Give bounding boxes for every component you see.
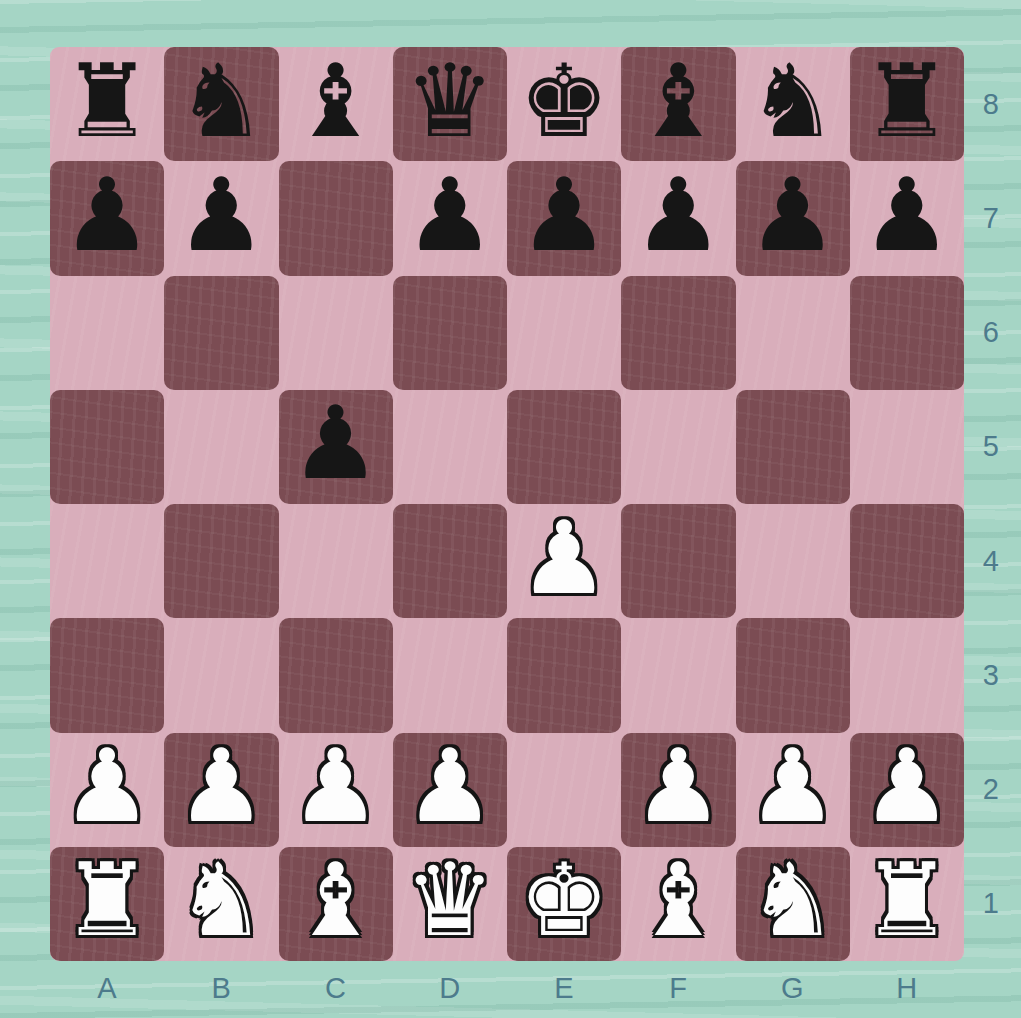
square-b1[interactable]: ♞ [164, 847, 278, 961]
square-c5[interactable]: ♟ [279, 390, 393, 504]
square-a5[interactable] [50, 390, 164, 504]
square-d3[interactable] [393, 618, 507, 732]
file-labels: ABCDEFGH [50, 961, 964, 1016]
square-d8[interactable]: ♛ [393, 47, 507, 161]
square-h2[interactable]: ♟ [850, 733, 964, 847]
square-h8[interactable]: ♜ [850, 47, 964, 161]
square-c7[interactable] [279, 161, 393, 275]
square-a6[interactable] [50, 276, 164, 390]
black-pawn[interactable]: ♟ [290, 393, 381, 494]
square-g3[interactable] [736, 618, 850, 732]
square-d6[interactable] [393, 276, 507, 390]
white-queen[interactable]: ♛ [405, 850, 496, 951]
square-e2[interactable] [507, 733, 621, 847]
rank-label-1: 1 [964, 847, 1018, 961]
black-pawn[interactable]: ♟ [862, 165, 953, 266]
rank-labels: 87654321 [964, 47, 1018, 961]
square-a2[interactable]: ♟ [50, 733, 164, 847]
white-king[interactable]: ♚ [519, 850, 610, 951]
rank-label-8: 8 [964, 47, 1018, 161]
white-knight[interactable]: ♞ [176, 850, 267, 951]
white-pawn[interactable]: ♟ [633, 736, 724, 837]
white-pawn[interactable]: ♟ [405, 736, 496, 837]
square-b8[interactable]: ♞ [164, 47, 278, 161]
white-knight[interactable]: ♞ [747, 850, 838, 951]
file-label-g: G [736, 961, 850, 1016]
square-g1[interactable]: ♞ [736, 847, 850, 961]
rank-label-7: 7 [964, 161, 1018, 275]
rank-label-4: 4 [964, 504, 1018, 618]
square-e5[interactable] [507, 390, 621, 504]
square-g4[interactable] [736, 504, 850, 618]
file-label-b: B [164, 961, 278, 1016]
rank-label-3: 3 [964, 618, 1018, 732]
square-b3[interactable] [164, 618, 278, 732]
square-b7[interactable]: ♟ [164, 161, 278, 275]
black-pawn[interactable]: ♟ [62, 165, 153, 266]
black-pawn[interactable]: ♟ [176, 165, 267, 266]
square-b2[interactable]: ♟ [164, 733, 278, 847]
black-king[interactable]: ♚ [519, 51, 610, 152]
square-f7[interactable]: ♟ [621, 161, 735, 275]
black-pawn[interactable]: ♟ [519, 165, 610, 266]
square-b6[interactable] [164, 276, 278, 390]
square-f2[interactable]: ♟ [621, 733, 735, 847]
square-h6[interactable] [850, 276, 964, 390]
black-rook[interactable]: ♜ [62, 51, 153, 152]
square-b4[interactable] [164, 504, 278, 618]
square-f6[interactable] [621, 276, 735, 390]
black-bishop[interactable]: ♝ [633, 51, 724, 152]
square-c1[interactable]: ♝ [279, 847, 393, 961]
square-f5[interactable] [621, 390, 735, 504]
square-d7[interactable]: ♟ [393, 161, 507, 275]
file-label-c: C [279, 961, 393, 1016]
file-label-e: E [507, 961, 621, 1016]
file-label-a: A [50, 961, 164, 1016]
square-a4[interactable] [50, 504, 164, 618]
square-f1[interactable]: ♝ [621, 847, 735, 961]
black-pawn[interactable]: ♟ [633, 165, 724, 266]
file-label-f: F [621, 961, 735, 1016]
black-rook[interactable]: ♜ [862, 51, 953, 152]
square-h3[interactable] [850, 618, 964, 732]
white-pawn[interactable]: ♟ [862, 736, 953, 837]
white-bishop[interactable]: ♝ [633, 850, 724, 951]
white-pawn[interactable]: ♟ [176, 736, 267, 837]
square-c8[interactable]: ♝ [279, 47, 393, 161]
square-h1[interactable]: ♜ [850, 847, 964, 961]
black-queen[interactable]: ♛ [405, 51, 496, 152]
square-c3[interactable] [279, 618, 393, 732]
file-label-h: H [850, 961, 964, 1016]
white-pawn[interactable]: ♟ [62, 736, 153, 837]
black-pawn[interactable]: ♟ [747, 165, 838, 266]
black-bishop[interactable]: ♝ [290, 51, 381, 152]
square-c6[interactable] [279, 276, 393, 390]
square-e4[interactable]: ♟ [507, 504, 621, 618]
rank-label-5: 5 [964, 390, 1018, 504]
white-pawn[interactable]: ♟ [290, 736, 381, 837]
square-e3[interactable] [507, 618, 621, 732]
square-a7[interactable]: ♟ [50, 161, 164, 275]
square-g7[interactable]: ♟ [736, 161, 850, 275]
square-g6[interactable] [736, 276, 850, 390]
square-f3[interactable] [621, 618, 735, 732]
square-h4[interactable] [850, 504, 964, 618]
square-d2[interactable]: ♟ [393, 733, 507, 847]
white-rook[interactable]: ♜ [62, 850, 153, 951]
square-h5[interactable] [850, 390, 964, 504]
white-pawn[interactable]: ♟ [519, 508, 610, 609]
square-e7[interactable]: ♟ [507, 161, 621, 275]
square-f4[interactable] [621, 504, 735, 618]
white-pawn[interactable]: ♟ [747, 736, 838, 837]
square-f8[interactable]: ♝ [621, 47, 735, 161]
black-knight[interactable]: ♞ [747, 51, 838, 152]
square-g8[interactable]: ♞ [736, 47, 850, 161]
file-label-d: D [393, 961, 507, 1016]
rank-label-2: 2 [964, 733, 1018, 847]
black-pawn[interactable]: ♟ [405, 165, 496, 266]
chess-board: ♜♞♝♛♚♝♞♜♟♟♟♟♟♟♟♟♟♟♟♟♟♟♟♟♜♞♝♛♚♝♞♜ [50, 47, 964, 961]
square-a1[interactable]: ♜ [50, 847, 164, 961]
square-c2[interactable]: ♟ [279, 733, 393, 847]
square-g2[interactable]: ♟ [736, 733, 850, 847]
white-bishop[interactable]: ♝ [290, 850, 381, 951]
square-b5[interactable] [164, 390, 278, 504]
square-a8[interactable]: ♜ [50, 47, 164, 161]
square-h7[interactable]: ♟ [850, 161, 964, 275]
square-g5[interactable] [736, 390, 850, 504]
square-e1[interactable]: ♚ [507, 847, 621, 961]
square-e8[interactable]: ♚ [507, 47, 621, 161]
rank-label-6: 6 [964, 276, 1018, 390]
square-a3[interactable] [50, 618, 164, 732]
square-c4[interactable] [279, 504, 393, 618]
white-rook[interactable]: ♜ [862, 850, 953, 951]
square-d4[interactable] [393, 504, 507, 618]
black-knight[interactable]: ♞ [176, 51, 267, 152]
square-d5[interactable] [393, 390, 507, 504]
square-e6[interactable] [507, 276, 621, 390]
square-d1[interactable]: ♛ [393, 847, 507, 961]
